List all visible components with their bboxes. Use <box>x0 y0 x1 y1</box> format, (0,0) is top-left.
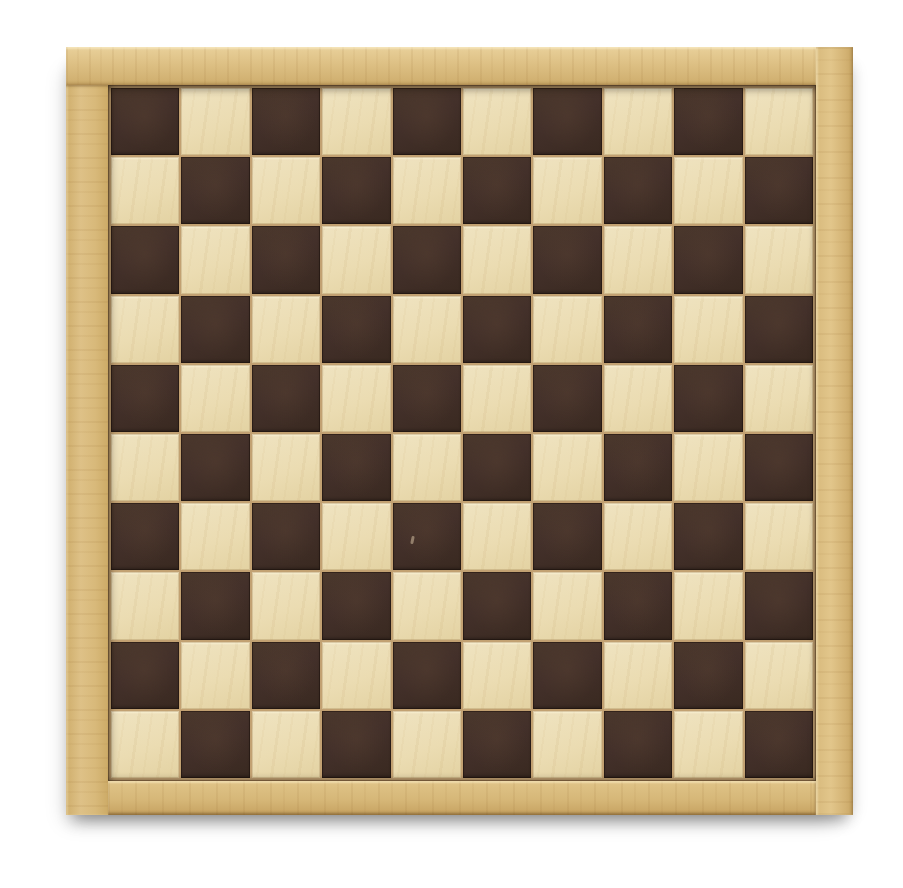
frame-rail-bottom <box>108 781 816 815</box>
square-d3[interactable] <box>322 572 390 639</box>
square-e2[interactable] <box>393 642 461 709</box>
square-f6[interactable] <box>463 365 531 432</box>
square-d5[interactable] <box>322 434 390 501</box>
square-c10[interactable] <box>252 88 320 155</box>
square-j3[interactable] <box>745 572 813 639</box>
square-f5[interactable] <box>463 434 531 501</box>
square-e8[interactable] <box>393 226 461 293</box>
square-h7[interactable] <box>604 296 672 363</box>
square-e9[interactable] <box>393 157 461 224</box>
square-a6[interactable] <box>111 365 179 432</box>
square-j4[interactable] <box>745 503 813 570</box>
square-b8[interactable] <box>181 226 249 293</box>
square-h9[interactable] <box>604 157 672 224</box>
square-e10[interactable] <box>393 88 461 155</box>
square-j9[interactable] <box>745 157 813 224</box>
square-c3[interactable] <box>252 572 320 639</box>
square-f3[interactable] <box>463 572 531 639</box>
square-b9[interactable] <box>181 157 249 224</box>
square-a1[interactable] <box>111 711 179 778</box>
square-a8[interactable] <box>111 226 179 293</box>
square-i1[interactable] <box>674 711 742 778</box>
square-b5[interactable] <box>181 434 249 501</box>
square-f1[interactable] <box>463 711 531 778</box>
square-a7[interactable] <box>111 296 179 363</box>
square-i9[interactable] <box>674 157 742 224</box>
square-f10[interactable] <box>463 88 531 155</box>
square-e1[interactable] <box>393 711 461 778</box>
square-j7[interactable] <box>745 296 813 363</box>
square-c7[interactable] <box>252 296 320 363</box>
square-d9[interactable] <box>322 157 390 224</box>
board-playing-area <box>108 85 816 781</box>
square-a3[interactable] <box>111 572 179 639</box>
square-d7[interactable] <box>322 296 390 363</box>
square-h3[interactable] <box>604 572 672 639</box>
square-a5[interactable] <box>111 434 179 501</box>
frame-rail-top <box>66 47 816 85</box>
square-b2[interactable] <box>181 642 249 709</box>
square-f8[interactable] <box>463 226 531 293</box>
square-d10[interactable] <box>322 88 390 155</box>
square-e3[interactable] <box>393 572 461 639</box>
square-g10[interactable] <box>533 88 601 155</box>
square-f7[interactable] <box>463 296 531 363</box>
square-b3[interactable] <box>181 572 249 639</box>
square-g8[interactable] <box>533 226 601 293</box>
square-c2[interactable] <box>252 642 320 709</box>
square-d6[interactable] <box>322 365 390 432</box>
square-f4[interactable] <box>463 503 531 570</box>
square-g3[interactable] <box>533 572 601 639</box>
square-g5[interactable] <box>533 434 601 501</box>
square-j2[interactable] <box>745 642 813 709</box>
square-d1[interactable] <box>322 711 390 778</box>
square-h2[interactable] <box>604 642 672 709</box>
square-h1[interactable] <box>604 711 672 778</box>
square-c9[interactable] <box>252 157 320 224</box>
square-i10[interactable] <box>674 88 742 155</box>
square-j1[interactable] <box>745 711 813 778</box>
square-j10[interactable] <box>745 88 813 155</box>
frame-rail-left <box>66 85 108 815</box>
square-g9[interactable] <box>533 157 601 224</box>
square-c8[interactable] <box>252 226 320 293</box>
square-i6[interactable] <box>674 365 742 432</box>
square-d2[interactable] <box>322 642 390 709</box>
square-i8[interactable] <box>674 226 742 293</box>
square-g4[interactable] <box>533 503 601 570</box>
square-h4[interactable] <box>604 503 672 570</box>
square-j8[interactable] <box>745 226 813 293</box>
square-a9[interactable] <box>111 157 179 224</box>
square-i4[interactable] <box>674 503 742 570</box>
square-g7[interactable] <box>533 296 601 363</box>
square-j6[interactable] <box>745 365 813 432</box>
square-d4[interactable] <box>322 503 390 570</box>
square-e7[interactable] <box>393 296 461 363</box>
square-d8[interactable] <box>322 226 390 293</box>
square-c1[interactable] <box>252 711 320 778</box>
square-a2[interactable] <box>111 642 179 709</box>
square-j5[interactable] <box>745 434 813 501</box>
square-h10[interactable] <box>604 88 672 155</box>
square-g2[interactable] <box>533 642 601 709</box>
frame-rail-right <box>816 47 853 815</box>
square-b6[interactable] <box>181 365 249 432</box>
square-f2[interactable] <box>463 642 531 709</box>
square-e5[interactable] <box>393 434 461 501</box>
board-grid <box>111 88 813 778</box>
square-h5[interactable] <box>604 434 672 501</box>
square-f9[interactable] <box>463 157 531 224</box>
square-b7[interactable] <box>181 296 249 363</box>
square-e6[interactable] <box>393 365 461 432</box>
square-h6[interactable] <box>604 365 672 432</box>
square-i2[interactable] <box>674 642 742 709</box>
square-b1[interactable] <box>181 711 249 778</box>
square-c6[interactable] <box>252 365 320 432</box>
square-e4[interactable] <box>393 503 461 570</box>
square-i5[interactable] <box>674 434 742 501</box>
square-a4[interactable] <box>111 503 179 570</box>
square-g6[interactable] <box>533 365 601 432</box>
square-h8[interactable] <box>604 226 672 293</box>
square-b10[interactable] <box>181 88 249 155</box>
square-b4[interactable] <box>181 503 249 570</box>
square-c5[interactable] <box>252 434 320 501</box>
square-i7[interactable] <box>674 296 742 363</box>
draughts-board <box>66 47 853 815</box>
square-a10[interactable] <box>111 88 179 155</box>
photo-background <box>0 0 903 888</box>
square-g1[interactable] <box>533 711 601 778</box>
square-i3[interactable] <box>674 572 742 639</box>
square-c4[interactable] <box>252 503 320 570</box>
